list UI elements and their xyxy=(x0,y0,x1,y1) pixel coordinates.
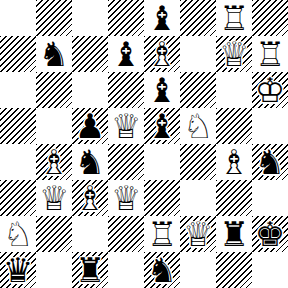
square-e1[interactable]: ♞♞ xyxy=(144,252,180,288)
white-king-icon: ♔ xyxy=(252,72,288,108)
square-e3[interactable] xyxy=(144,180,180,216)
white-knight-icon: ♘ xyxy=(0,216,36,252)
white-queen-icon: ♕ xyxy=(36,180,72,216)
black-pawn-c5[interactable]: ♟♟ xyxy=(72,108,108,144)
square-a7[interactable] xyxy=(0,36,36,72)
white-rook-icon: ♖ xyxy=(144,216,180,252)
black-bishop-icon: ♝ xyxy=(144,72,180,108)
square-a6[interactable] xyxy=(0,72,36,108)
white-rook-icon: ♖ xyxy=(216,0,252,36)
square-h4[interactable]: ♞♞ xyxy=(252,144,288,180)
black-knight-icon: ♞ xyxy=(252,144,288,180)
square-e6[interactable]: ♝♝ xyxy=(144,72,180,108)
black-bishop-e8[interactable]: ♝♝ xyxy=(144,0,180,36)
square-g8[interactable]: ♜♖ xyxy=(216,0,252,36)
square-h2[interactable]: ♚♚ xyxy=(252,216,288,252)
square-a1[interactable]: ♛♛ xyxy=(0,252,36,288)
white-rook-icon: ♖ xyxy=(252,36,288,72)
square-g2[interactable]: ♜♜ xyxy=(216,216,252,252)
white-queen-icon: ♕ xyxy=(108,108,144,144)
white-bishop-g4[interactable]: ♝♗ xyxy=(216,144,252,180)
white-bishop-icon: ♗ xyxy=(144,36,180,72)
black-bishop-d7[interactable]: ♝♝ xyxy=(108,36,144,72)
white-queen-icon: ♕ xyxy=(180,216,216,252)
black-knight-icon: ♞ xyxy=(72,144,108,180)
square-e7[interactable]: ♝♗ xyxy=(144,36,180,72)
black-bishop-e5[interactable]: ♝♝ xyxy=(144,108,180,144)
white-rook-e2[interactable]: ♜♖ xyxy=(144,216,180,252)
square-f5[interactable]: ♞♘ xyxy=(180,108,216,144)
white-knight-a2[interactable]: ♞♘ xyxy=(0,216,36,252)
square-a3[interactable] xyxy=(0,180,36,216)
black-bishop-icon: ♝ xyxy=(144,108,180,144)
square-d4[interactable] xyxy=(108,144,144,180)
square-a5[interactable] xyxy=(0,108,36,144)
black-bishop-e6[interactable]: ♝♝ xyxy=(144,72,180,108)
square-g7[interactable]: ♛♕ xyxy=(216,36,252,72)
square-f4[interactable] xyxy=(180,144,216,180)
black-rook-icon: ♜ xyxy=(216,216,252,252)
white-bishop-icon: ♗ xyxy=(36,144,72,180)
white-queen-f2[interactable]: ♛♕ xyxy=(180,216,216,252)
square-c8[interactable] xyxy=(72,0,108,36)
white-bishop-icon: ♗ xyxy=(72,180,108,216)
square-d6[interactable] xyxy=(108,72,144,108)
square-d7[interactable]: ♝♝ xyxy=(108,36,144,72)
square-g6[interactable] xyxy=(216,72,252,108)
square-a4[interactable] xyxy=(0,144,36,180)
square-b6[interactable] xyxy=(36,72,72,108)
square-a2[interactable]: ♞♘ xyxy=(0,216,36,252)
white-queen-d3[interactable]: ♛♕ xyxy=(108,180,144,216)
square-a8[interactable] xyxy=(0,0,36,36)
black-king-h2[interactable]: ♚♚ xyxy=(252,216,288,252)
square-f8[interactable] xyxy=(180,0,216,36)
black-queen-icon: ♛ xyxy=(0,252,36,288)
square-f1[interactable] xyxy=(180,252,216,288)
square-h6[interactable]: ♚♔ xyxy=(252,72,288,108)
square-b1[interactable] xyxy=(36,252,72,288)
square-b7[interactable]: ♞♞ xyxy=(36,36,72,72)
white-rook-g8[interactable]: ♜♖ xyxy=(216,0,252,36)
square-c4[interactable]: ♞♞ xyxy=(72,144,108,180)
square-c5[interactable]: ♟♟ xyxy=(72,108,108,144)
white-rook-h7[interactable]: ♜♖ xyxy=(252,36,288,72)
square-c3[interactable]: ♝♗ xyxy=(72,180,108,216)
square-d1[interactable] xyxy=(108,252,144,288)
square-h5[interactable] xyxy=(252,108,288,144)
square-h3[interactable] xyxy=(252,180,288,216)
square-b2[interactable] xyxy=(36,216,72,252)
white-knight-f5[interactable]: ♞♘ xyxy=(180,108,216,144)
square-c1[interactable]: ♜♜ xyxy=(72,252,108,288)
square-e4[interactable] xyxy=(144,144,180,180)
white-queen-icon: ♕ xyxy=(216,36,252,72)
black-rook-c1[interactable]: ♜♜ xyxy=(72,252,108,288)
black-queen-a1[interactable]: ♛♛ xyxy=(0,252,36,288)
square-f7[interactable] xyxy=(180,36,216,72)
square-f2[interactable]: ♛♕ xyxy=(180,216,216,252)
white-bishop-icon: ♗ xyxy=(216,144,252,180)
white-bishop-e7[interactable]: ♝♗ xyxy=(144,36,180,72)
square-h1[interactable] xyxy=(252,252,288,288)
square-g4[interactable]: ♝♗ xyxy=(216,144,252,180)
square-c6[interactable] xyxy=(72,72,108,108)
black-knight-icon: ♞ xyxy=(36,36,72,72)
white-queen-g7[interactable]: ♛♕ xyxy=(216,36,252,72)
square-e2[interactable]: ♜♖ xyxy=(144,216,180,252)
square-c2[interactable] xyxy=(72,216,108,252)
black-pawn-icon: ♟ xyxy=(72,108,108,144)
white-bishop-c3[interactable]: ♝♗ xyxy=(72,180,108,216)
square-h8[interactable] xyxy=(252,0,288,36)
white-bishop-b4[interactable]: ♝♗ xyxy=(36,144,72,180)
square-g1[interactable] xyxy=(216,252,252,288)
black-bishop-icon: ♝ xyxy=(108,36,144,72)
black-rook-icon: ♜ xyxy=(72,252,108,288)
square-d5[interactable]: ♛♕ xyxy=(108,108,144,144)
square-d8[interactable] xyxy=(108,0,144,36)
black-knight-icon: ♞ xyxy=(144,252,180,288)
white-queen-b3[interactable]: ♛♕ xyxy=(36,180,72,216)
black-knight-c4[interactable]: ♞♞ xyxy=(72,144,108,180)
square-g3[interactable] xyxy=(216,180,252,216)
square-g5[interactable] xyxy=(216,108,252,144)
chess-board: ♝♝♜♖♞♞♝♝♝♗♛♕♜♖♝♝♚♔♟♟♛♕♝♝♞♘♝♗♞♞♝♗♞♞♛♕♝♗♛♕… xyxy=(0,0,288,288)
square-e5[interactable]: ♝♝ xyxy=(144,108,180,144)
white-knight-icon: ♘ xyxy=(180,108,216,144)
black-knight-e1[interactable]: ♞♞ xyxy=(144,252,180,288)
black-rook-g2[interactable]: ♜♜ xyxy=(216,216,252,252)
square-d3[interactable]: ♛♕ xyxy=(108,180,144,216)
white-queen-icon: ♕ xyxy=(108,180,144,216)
square-b8[interactable] xyxy=(36,0,72,36)
square-e8[interactable]: ♝♝ xyxy=(144,0,180,36)
square-b5[interactable] xyxy=(36,108,72,144)
square-d2[interactable] xyxy=(108,216,144,252)
square-f6[interactable] xyxy=(180,72,216,108)
square-c7[interactable] xyxy=(72,36,108,72)
black-bishop-icon: ♝ xyxy=(144,0,180,36)
black-king-icon: ♚ xyxy=(252,216,288,252)
white-king-h6[interactable]: ♚♔ xyxy=(252,72,288,108)
black-knight-h4[interactable]: ♞♞ xyxy=(252,144,288,180)
white-queen-d5[interactable]: ♛♕ xyxy=(108,108,144,144)
square-h7[interactable]: ♜♖ xyxy=(252,36,288,72)
square-f3[interactable] xyxy=(180,180,216,216)
square-b3[interactable]: ♛♕ xyxy=(36,180,72,216)
black-knight-b7[interactable]: ♞♞ xyxy=(36,36,72,72)
square-b4[interactable]: ♝♗ xyxy=(36,144,72,180)
